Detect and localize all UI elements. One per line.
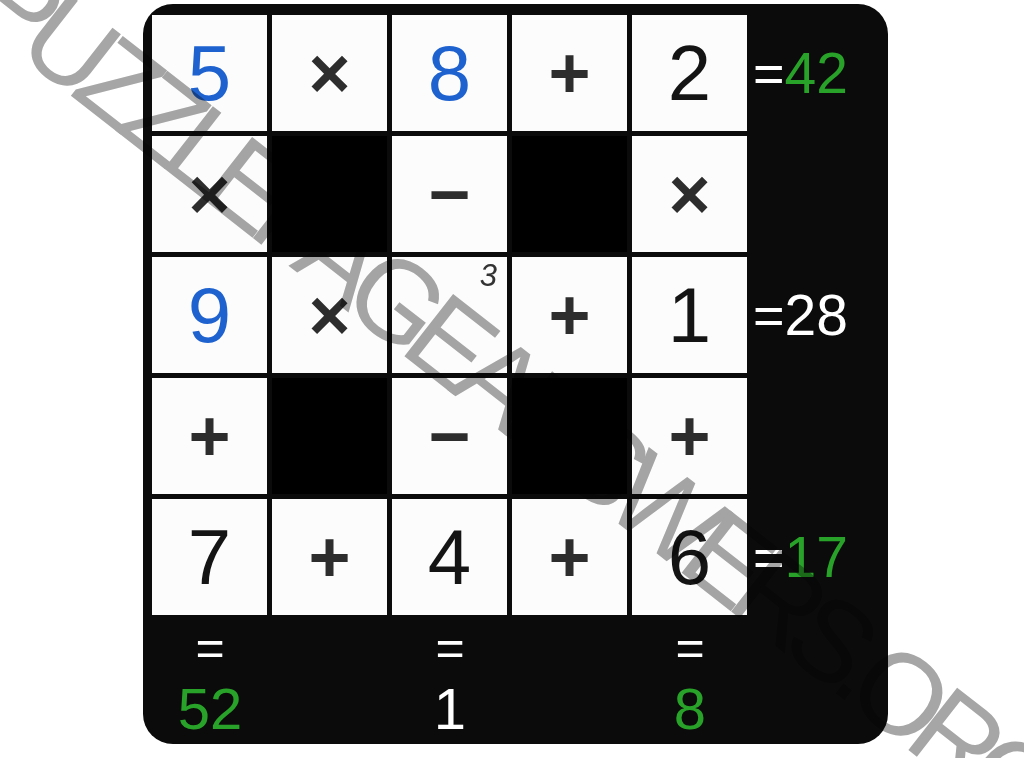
cell-r4c4-blocked — [512, 378, 627, 494]
cell-r2c3: − — [392, 136, 507, 252]
cell-value: 7 — [188, 518, 231, 596]
puzzle-grid: 5 × 8 + 2 × − × 9 × 3 + 1 + − + 7 + 4 + … — [152, 15, 747, 615]
operator-plus: + — [668, 400, 710, 472]
cell-r5c5[interactable]: 6 — [632, 499, 747, 615]
cell-value: 8 — [428, 34, 471, 112]
cell-r1c5[interactable]: 2 — [632, 15, 747, 131]
operator-minus: − — [428, 400, 470, 472]
equals-sign: = — [195, 623, 224, 673]
operator-multiply: × — [668, 158, 710, 230]
col-result-value: 8 — [674, 680, 706, 738]
operator-minus: − — [428, 158, 470, 230]
cell-r1c1[interactable]: 5 — [152, 15, 267, 131]
cell-r3c1[interactable]: 9 — [152, 257, 267, 373]
cell-r3c4: + — [512, 257, 627, 373]
cell-r2c5: × — [632, 136, 747, 252]
cell-r4c5: + — [632, 378, 747, 494]
cell-r3c3-empty-answer[interactable]: 3 — [392, 257, 507, 373]
operator-plus: + — [308, 521, 350, 593]
cell-r3c5[interactable]: 1 — [632, 257, 747, 373]
row-result-value: 17 — [785, 529, 848, 586]
col-3-result: = 1 — [375, 623, 525, 738]
cell-r4c2-blocked — [272, 378, 387, 494]
operator-plus: + — [548, 521, 590, 593]
operator-plus: + — [188, 400, 230, 472]
equals-sign: = — [753, 46, 785, 100]
cell-value: 6 — [668, 518, 711, 596]
cell-r1c4: + — [512, 15, 627, 131]
cell-r4c1: + — [152, 378, 267, 494]
cell-value: 1 — [668, 276, 711, 354]
cell-r5c4: + — [512, 499, 627, 615]
equals-sign: = — [675, 623, 704, 673]
equals-sign: = — [753, 530, 785, 584]
cell-value: 9 — [188, 276, 231, 354]
operator-plus: + — [548, 37, 590, 109]
row-1-result: =42 — [753, 38, 848, 108]
row-3-result: =28 — [753, 280, 848, 350]
operator-multiply: × — [188, 158, 230, 230]
cell-r5c2: + — [272, 499, 387, 615]
col-1-result: = 52 — [135, 623, 285, 738]
cell-r3c2: × — [272, 257, 387, 373]
pencil-note: 3 — [480, 260, 497, 291]
row-result-value: 28 — [785, 287, 848, 344]
cell-r2c4-blocked — [512, 136, 627, 252]
cell-r1c3[interactable]: 8 — [392, 15, 507, 131]
cell-r2c1: × — [152, 136, 267, 252]
cell-r5c3[interactable]: 4 — [392, 499, 507, 615]
operator-plus: + — [548, 279, 590, 351]
equals-sign: = — [753, 288, 785, 342]
cell-value: 2 — [668, 34, 711, 112]
cell-value: 5 — [188, 34, 231, 112]
operator-multiply: × — [308, 279, 350, 351]
cell-r1c2: × — [272, 15, 387, 131]
cell-r5c1[interactable]: 7 — [152, 499, 267, 615]
row-result-value: 42 — [785, 45, 848, 102]
cell-value: 4 — [428, 518, 471, 596]
equals-sign: = — [435, 623, 464, 673]
puzzle-board-panel: 5 × 8 + 2 × − × 9 × 3 + 1 + − + 7 + 4 + … — [143, 4, 888, 744]
cell-r4c3: − — [392, 378, 507, 494]
cell-r2c2-blocked — [272, 136, 387, 252]
operator-multiply: × — [308, 37, 350, 109]
col-5-result: = 8 — [615, 623, 765, 738]
col-result-value: 52 — [178, 680, 243, 738]
col-result-value: 1 — [434, 680, 466, 738]
row-5-result: =17 — [753, 522, 848, 592]
